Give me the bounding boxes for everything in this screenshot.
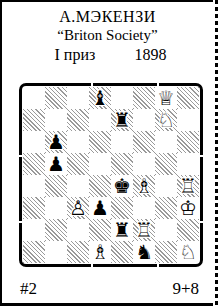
square-d3: ♟♟: [89, 197, 111, 219]
border-joint-mark: [157, 263, 159, 268]
square-f3: [133, 197, 155, 219]
square-a1: [23, 241, 45, 263]
square-a2: [23, 219, 45, 241]
square-g2: [155, 219, 177, 241]
problem-footer: #2 9+8: [2, 279, 213, 299]
white-knight-piece: ♘: [177, 241, 199, 263]
square-a3: [23, 197, 45, 219]
square-a8: [23, 87, 45, 109]
border-joint-mark: [91, 82, 93, 87]
square-e6: [111, 131, 133, 153]
square-g8: ♛♕: [155, 87, 177, 109]
black-pawn-piece: ♟: [45, 153, 67, 175]
square-h5: [177, 153, 199, 175]
square-g5: [155, 153, 177, 175]
square-a6: [23, 131, 45, 153]
border-joint-mark: [18, 221, 23, 223]
square-h7: [177, 109, 199, 131]
white-bishop-piece: ♗: [133, 175, 155, 197]
border-joint-mark: [199, 221, 204, 223]
black-pawn-piece: ♟: [89, 197, 111, 219]
square-f6: [133, 131, 155, 153]
square-g6: [155, 131, 177, 153]
square-b7: [45, 109, 67, 131]
square-e2: ♜♜: [111, 219, 133, 241]
square-b6: ♟♟: [45, 131, 67, 153]
square-h4: ♜♖: [177, 175, 199, 197]
material-count: 9+8: [172, 279, 199, 299]
square-b1: [45, 241, 67, 263]
white-knight-piece: ♘: [155, 109, 177, 131]
border-joint-mark: [199, 155, 204, 157]
square-c7: [67, 109, 89, 131]
square-b4: [45, 175, 67, 197]
stipulation-text: #2: [20, 279, 37, 299]
square-g1: [155, 241, 177, 263]
square-b3: [45, 197, 67, 219]
square-h3: ♚♔: [177, 197, 199, 219]
square-a5: [23, 153, 45, 175]
black-pawn-piece: ♟: [45, 131, 67, 153]
problem-header: А.МЭКЕНЗИ “Briton Society” I приз 1898: [2, 7, 213, 65]
white-king-piece: ♔: [177, 197, 199, 219]
problem-card-page: А.МЭКЕНЗИ “Briton Society” I приз 1898 ♝…: [0, 0, 222, 306]
square-g3: [155, 197, 177, 219]
square-g4: [155, 175, 177, 197]
square-e4: ♚♚: [111, 175, 133, 197]
square-c4: [67, 175, 89, 197]
square-h6: [177, 131, 199, 153]
author-name: А.МЭКЕНЗИ: [2, 7, 213, 26]
award-line: I приз 1898: [49, 45, 167, 65]
square-c2: [67, 219, 89, 241]
square-a7: [23, 109, 45, 131]
square-h8: [177, 87, 199, 109]
source-name: “Briton Society”: [2, 26, 213, 45]
square-f1: ♞♞: [133, 241, 155, 263]
square-c3: ♟♙: [67, 197, 89, 219]
year-text: 1898: [135, 45, 167, 65]
square-h1: ♞♘: [177, 241, 199, 263]
square-c1: [67, 241, 89, 263]
square-c5: [67, 153, 89, 175]
award-text: I приз: [55, 45, 96, 65]
square-c8: [67, 87, 89, 109]
square-e3: [111, 197, 133, 219]
black-rook-piece: ♜: [111, 109, 133, 131]
square-e7: ♜♜: [111, 109, 133, 131]
square-f2: ♜♖: [133, 219, 155, 241]
square-g7: ♞♘: [155, 109, 177, 131]
square-c6: [67, 131, 89, 153]
square-f7: [133, 109, 155, 131]
chess-board-frame: ♝♝♛♕♜♜♞♘♟♟♟♟♚♚♝♗♜♖♟♙♟♟♚♔♜♜♜♖♝♗♞♞♞♘: [19, 83, 203, 267]
border-joint-mark: [157, 82, 159, 87]
square-e1: [111, 241, 133, 263]
square-a4: [23, 175, 45, 197]
black-knight-piece: ♞: [133, 241, 155, 263]
square-d6: [89, 131, 111, 153]
square-d2: [89, 219, 111, 241]
square-f8: [133, 87, 155, 109]
white-rook-piece: ♖: [133, 219, 155, 241]
chess-board: ♝♝♛♕♜♜♞♘♟♟♟♟♚♚♝♗♜♖♟♙♟♟♚♔♜♜♜♖♝♗♞♞♞♘: [23, 87, 199, 263]
square-d5: [89, 153, 111, 175]
white-bishop-piece: ♗: [89, 241, 111, 263]
white-rook-piece: ♖: [177, 175, 199, 197]
black-bishop-piece: ♝: [89, 87, 111, 109]
square-e5: [111, 153, 133, 175]
black-king-piece: ♚: [111, 175, 133, 197]
square-f5: [133, 153, 155, 175]
square-b2: [45, 219, 67, 241]
square-d1: ♝♗: [89, 241, 111, 263]
square-d8: ♝♝: [89, 87, 111, 109]
white-queen-piece: ♕: [155, 87, 177, 109]
square-f4: ♝♗: [133, 175, 155, 197]
square-h2: [177, 219, 199, 241]
border-joint-mark: [18, 155, 23, 157]
square-b5: ♟♟: [45, 153, 67, 175]
white-pawn-piece: ♙: [67, 197, 89, 219]
square-d7: [89, 109, 111, 131]
black-rook-piece: ♜: [111, 219, 133, 241]
page-cut-dashed-line: [215, 0, 218, 306]
border-joint-mark: [91, 263, 93, 268]
square-d4: [89, 175, 111, 197]
problem-card: А.МЭКЕНЗИ “Briton Society” I приз 1898 ♝…: [0, 0, 213, 306]
square-b8: [45, 87, 67, 109]
square-e8: [111, 87, 133, 109]
